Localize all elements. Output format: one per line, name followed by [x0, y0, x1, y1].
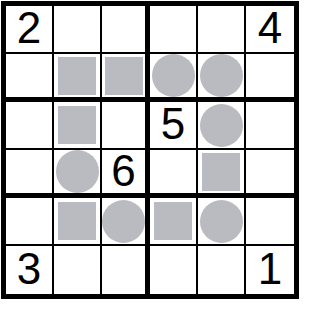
- cell-r4c6[interactable]: [246, 150, 294, 198]
- cell-r5c5[interactable]: [198, 198, 246, 246]
- odd-marker-circle: [200, 200, 243, 243]
- cell-r6c4[interactable]: [150, 246, 198, 294]
- even-marker-square: [58, 57, 96, 95]
- odd-marker-circle: [200, 54, 243, 97]
- puzzle-page: 245631: [0, 0, 312, 313]
- cell-r4c3[interactable]: 6: [102, 150, 150, 198]
- even-marker-square: [58, 202, 96, 240]
- odd-marker-circle: [152, 54, 195, 97]
- cell-r2c4[interactable]: [150, 54, 198, 102]
- given-digit: 5: [161, 102, 185, 146]
- cell-r6c2[interactable]: [54, 246, 102, 294]
- cell-r1c3[interactable]: [102, 6, 150, 54]
- cell-r3c2[interactable]: [54, 102, 102, 150]
- cell-r1c6[interactable]: 4: [246, 6, 294, 54]
- given-digit: 4: [258, 6, 282, 50]
- cell-r1c4[interactable]: [150, 6, 198, 54]
- cell-r4c1[interactable]: [6, 150, 54, 198]
- cell-r5c4[interactable]: [150, 198, 198, 246]
- cell-r2c2[interactable]: [54, 54, 102, 102]
- given-digit: 6: [111, 149, 135, 193]
- given-digit: 1: [258, 247, 282, 291]
- given-digit: 2: [17, 6, 41, 50]
- cell-r6c3[interactable]: [102, 246, 150, 294]
- cell-r3c6[interactable]: [246, 102, 294, 150]
- cell-r3c4[interactable]: 5: [150, 102, 198, 150]
- cell-r4c5[interactable]: [198, 150, 246, 198]
- cell-r6c5[interactable]: [198, 246, 246, 294]
- cell-r5c6[interactable]: [246, 198, 294, 246]
- cell-r4c2[interactable]: [54, 150, 102, 198]
- cell-r4c4[interactable]: [150, 150, 198, 198]
- cell-r6c6[interactable]: 1: [246, 246, 294, 294]
- cell-r2c6[interactable]: [246, 54, 294, 102]
- cell-r1c2[interactable]: [54, 6, 102, 54]
- cell-r1c1[interactable]: 2: [6, 6, 54, 54]
- even-marker-square: [154, 202, 192, 240]
- cell-r3c3[interactable]: [102, 102, 150, 150]
- cell-r2c5[interactable]: [198, 54, 246, 102]
- odd-marker-circle: [102, 200, 145, 243]
- even-marker-square: [105, 57, 143, 95]
- even-marker-square: [202, 153, 240, 191]
- cell-r6c1[interactable]: 3: [6, 246, 54, 294]
- cell-r5c2[interactable]: [54, 198, 102, 246]
- odd-marker-circle: [56, 150, 99, 193]
- cell-r5c1[interactable]: [6, 198, 54, 246]
- cell-r2c3[interactable]: [102, 54, 150, 102]
- cell-r2c1[interactable]: [6, 54, 54, 102]
- odd-marker-circle: [200, 104, 243, 147]
- cell-r1c5[interactable]: [198, 6, 246, 54]
- cell-r3c5[interactable]: [198, 102, 246, 150]
- given-digit: 3: [17, 247, 41, 291]
- cell-r3c1[interactable]: [6, 102, 54, 150]
- even-marker-square: [58, 106, 96, 144]
- cell-r5c3[interactable]: [102, 198, 150, 246]
- sudoku-board: 245631: [1, 1, 299, 299]
